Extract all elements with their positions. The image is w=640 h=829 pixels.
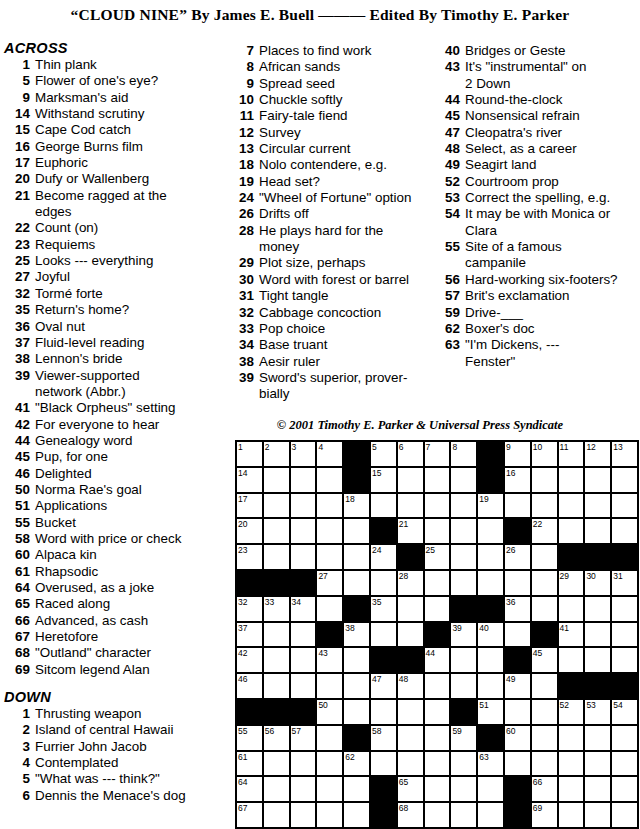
- cell-number: 66: [533, 777, 542, 787]
- grid-cell-r11c10[interactable]: 51: [478, 700, 503, 724]
- grid-cell-r6c11[interactable]: [505, 571, 530, 595]
- cell-number: 37: [238, 623, 247, 633]
- grid-cell-r2c8[interactable]: [425, 468, 450, 492]
- black-cell-r14c11: [505, 777, 530, 801]
- clue-number: 3: [4, 739, 30, 755]
- grid-cell-r8c6[interactable]: [371, 623, 396, 647]
- clue-down-38: 38Aesir ruler: [230, 354, 436, 370]
- grid-cell-r4c2[interactable]: [264, 519, 289, 543]
- clue-text: Site of a famous campanile: [465, 239, 562, 272]
- grid-cell-r7c13[interactable]: [559, 597, 584, 621]
- clue-text: Tormé forte: [35, 286, 103, 302]
- grid-cell-r14c1[interactable]: 64: [237, 777, 262, 801]
- grid-cell-r8c9[interactable]: 39: [451, 623, 476, 647]
- clue-down-8: 8African sands: [230, 59, 436, 75]
- clue-down-18: 18Nolo contendere, e.g.: [230, 157, 436, 173]
- clue-text: Return's home?: [35, 302, 129, 318]
- clue-number: 53: [436, 190, 460, 206]
- grid-cell-r13c7[interactable]: [398, 752, 423, 776]
- grid-cell-r2c3[interactable]: [291, 468, 316, 492]
- grid-cell-r2c11[interactable]: 16: [505, 468, 530, 492]
- grid-cell-r15c9[interactable]: [451, 803, 476, 827]
- grid-cell-r6c14[interactable]: 30: [585, 571, 610, 595]
- grid-cell-r1c7[interactable]: 6: [398, 442, 423, 466]
- clue-text: He plays hard for the money: [259, 223, 383, 256]
- grid-cell-r12c14[interactable]: [585, 726, 610, 750]
- grid-cell-r3c8[interactable]: [425, 494, 450, 518]
- clue-text: "Black Orpheus" setting: [35, 400, 176, 416]
- clue-number: 50: [4, 482, 30, 498]
- grid-cell-r4c7[interactable]: 21: [398, 519, 423, 543]
- clue-number: 57: [436, 288, 460, 304]
- clue-text: Norma Rae's goal: [35, 482, 142, 498]
- grid-cell-r13c5[interactable]: 62: [344, 752, 369, 776]
- cell-number: 56: [265, 726, 274, 736]
- grid-cell-r3c7[interactable]: [398, 494, 423, 518]
- grid-cell-r12c13[interactable]: [559, 726, 584, 750]
- grid-cell-r8c5[interactable]: 38: [344, 623, 369, 647]
- grid-cell-r6c4[interactable]: 27: [317, 571, 342, 595]
- cell-number: 1: [238, 442, 243, 452]
- grid-cell-r14c14[interactable]: [585, 777, 610, 801]
- grid-cell-r10c7[interactable]: 48: [398, 674, 423, 698]
- grid-cell-r13c11[interactable]: [505, 752, 530, 776]
- grid-cell-r4c14[interactable]: [585, 519, 610, 543]
- grid-cell-r7c8[interactable]: [425, 597, 450, 621]
- grid-cell-r1c12[interactable]: 10: [532, 442, 557, 466]
- grid-cell-r1c8[interactable]: 7: [425, 442, 450, 466]
- clue-text: Spread seed: [259, 76, 335, 92]
- clue-across-67: 67Heretofore: [4, 629, 230, 645]
- grid-cell-r4c4[interactable]: [317, 519, 342, 543]
- grid-cell-r3c10[interactable]: 19: [478, 494, 503, 518]
- black-cell-r15c6: [371, 803, 396, 827]
- grid-cell-r7c6[interactable]: 35: [371, 597, 396, 621]
- grid-cell-r5c6[interactable]: 24: [371, 545, 396, 569]
- grid-cell-r1c4[interactable]: 4: [317, 442, 342, 466]
- grid-cell-r10c1[interactable]: 46: [237, 674, 262, 698]
- clue-across-64: 64Overused, as a joke: [4, 580, 230, 596]
- black-cell-r10c14: [585, 674, 610, 698]
- clue-number: 21: [4, 188, 30, 204]
- grid-cell-r13c1[interactable]: 61: [237, 752, 262, 776]
- grid-cell-r10c8[interactable]: [425, 674, 450, 698]
- grid-cell-r14c9[interactable]: [451, 777, 476, 801]
- grid-cell-r1c2[interactable]: 2: [264, 442, 289, 466]
- grid-cell-r12c3[interactable]: 57: [291, 726, 316, 750]
- grid-cell-r5c2[interactable]: [264, 545, 289, 569]
- grid-cell-r2c7[interactable]: [398, 468, 423, 492]
- cell-number: 47: [372, 674, 381, 684]
- grid-cell-r4c13[interactable]: [559, 519, 584, 543]
- grid-cell-r11c8[interactable]: [425, 700, 450, 724]
- grid-cell-r5c3[interactable]: [291, 545, 316, 569]
- grid-cell-r3c2[interactable]: [264, 494, 289, 518]
- grid-cell-r3c6[interactable]: [371, 494, 396, 518]
- cell-number: 28: [399, 571, 408, 581]
- grid-cell-r2c2[interactable]: [264, 468, 289, 492]
- grid-cell-r15c10[interactable]: [478, 803, 503, 827]
- grid-cell-r6c5[interactable]: [344, 571, 369, 595]
- clue-text: For everyone to hear: [35, 417, 159, 433]
- grid-cell-r9c1[interactable]: 42: [237, 648, 262, 672]
- grid-cell-r14c8[interactable]: [425, 777, 450, 801]
- grid-cell-r7c12[interactable]: [532, 597, 557, 621]
- clue-number: 2: [4, 722, 30, 738]
- clue-number: 9: [230, 76, 254, 92]
- down-clue-list-2: 7Places to find work8African sands9Sprea…: [230, 43, 436, 403]
- clue-down-34: 34Base truant: [230, 337, 436, 353]
- grid-cell-r12c7[interactable]: [398, 726, 423, 750]
- clue-text: Become ragged at the edges: [35, 188, 167, 221]
- grid-cell-r1c14[interactable]: 12: [585, 442, 610, 466]
- clue-down-49: 49Seagirt land: [436, 157, 640, 173]
- clue-text: Places to find work: [259, 43, 371, 59]
- grid-cell-r1c13[interactable]: 11: [559, 442, 584, 466]
- clue-text: "I'm Dickens, --- Fenster": [465, 337, 559, 370]
- clue-down-10: 10Chuckle softly: [230, 92, 436, 108]
- cell-number: 65: [399, 777, 408, 787]
- grid-cell-r10c3[interactable]: [291, 674, 316, 698]
- cell-number: 45: [533, 648, 542, 658]
- grid-cell-r11c7[interactable]: [398, 700, 423, 724]
- grid-cell-r9c15[interactable]: [612, 648, 637, 672]
- grid-cell-r6c15[interactable]: 31: [612, 571, 637, 595]
- grid-cell-r8c3[interactable]: [291, 623, 316, 647]
- grid-cell-r1c3[interactable]: 3: [291, 442, 316, 466]
- cell-number: 22: [533, 519, 542, 529]
- grid-cell-r11c15[interactable]: 54: [612, 700, 637, 724]
- grid-cell-r11c6[interactable]: [371, 700, 396, 724]
- grid-cell-r12c8[interactable]: [425, 726, 450, 750]
- clue-text: "Outland" character: [35, 645, 151, 661]
- grid-cell-r2c6[interactable]: 15: [371, 468, 396, 492]
- cell-number: 46: [238, 674, 247, 684]
- grid-cell-r13c3[interactable]: [291, 752, 316, 776]
- grid-cell-r15c5[interactable]: [344, 803, 369, 827]
- grid-cell-r10c10[interactable]: [478, 674, 503, 698]
- grid-cell-r1c15[interactable]: 13: [612, 442, 637, 466]
- clue-number: 38: [4, 351, 30, 367]
- grid-cell-r10c9[interactable]: [451, 674, 476, 698]
- clue-down-56: 56Hard-working six-footers?: [436, 272, 640, 288]
- grid-cell-r3c15[interactable]: [612, 494, 637, 518]
- grid-cell-r11c11[interactable]: [505, 700, 530, 724]
- grid-cell-r6c8[interactable]: [425, 571, 450, 595]
- grid-cell-r14c3[interactable]: [291, 777, 316, 801]
- grid-cell-r6c13[interactable]: 29: [559, 571, 584, 595]
- cell-number: 61: [238, 752, 247, 762]
- black-cell-r6c3: [291, 571, 316, 595]
- grid-cell-r15c12[interactable]: 69: [532, 803, 557, 827]
- clue-number: 40: [436, 43, 460, 59]
- black-cell-r5c14: [585, 545, 610, 569]
- grid-cell-r3c11[interactable]: [505, 494, 530, 518]
- clue-down-31: 31Tight tangle: [230, 288, 436, 304]
- grid-cell-r15c13[interactable]: [559, 803, 584, 827]
- clue-number: 46: [4, 466, 30, 482]
- grid-cell-r1c11[interactable]: 9: [505, 442, 530, 466]
- cell-number: 44: [426, 648, 435, 658]
- clue-number: 29: [230, 255, 254, 271]
- clue-number: 16: [4, 139, 30, 155]
- grid-cell-r3c3[interactable]: [291, 494, 316, 518]
- grid-cell-r15c1[interactable]: 67: [237, 803, 262, 827]
- grid-cell-r4c5[interactable]: [344, 519, 369, 543]
- grid-cell-r2c4[interactable]: [317, 468, 342, 492]
- clue-down-4: 4Contemplated: [4, 755, 230, 771]
- grid-cell-r14c13[interactable]: [559, 777, 584, 801]
- grid-cell-r6c6[interactable]: [371, 571, 396, 595]
- clue-number: 42: [4, 417, 30, 433]
- grid-cell-r7c14[interactable]: [585, 597, 610, 621]
- clue-across-14: 14Withstand scrutiny: [4, 106, 230, 122]
- clue-text: Seagirt land: [465, 157, 536, 173]
- grid-cell-r4c12[interactable]: 22: [532, 519, 557, 543]
- grid-cell-r6c10[interactable]: [478, 571, 503, 595]
- clue-across-17: 17Euphoric: [4, 155, 230, 171]
- clue-text: Dufy or Wallenberg: [35, 171, 149, 187]
- clue-across-21: 21Become ragged at the edges: [4, 188, 230, 221]
- clue-text: Circular current: [259, 141, 351, 157]
- grid-cell-r11c12[interactable]: [532, 700, 557, 724]
- grid-cell-r14c4[interactable]: [317, 777, 342, 801]
- black-cell-r7c9: [451, 597, 476, 621]
- grid-cell-r1c6[interactable]: 5: [371, 442, 396, 466]
- clue-number: 14: [4, 106, 30, 122]
- clue-text: Bridges or Geste: [465, 43, 565, 59]
- grid-cell-r7c2[interactable]: 33: [264, 597, 289, 621]
- black-cell-r8c8: [425, 623, 450, 647]
- clue-across-41: 41"Black Orpheus" setting: [4, 400, 230, 416]
- grid-cell-r13c13[interactable]: [559, 752, 584, 776]
- grid-cell-r8c7[interactable]: [398, 623, 423, 647]
- grid-cell-r14c2[interactable]: [264, 777, 289, 801]
- cell-number: 29: [560, 571, 569, 581]
- grid-cell-r12c15[interactable]: [612, 726, 637, 750]
- cell-number: 4: [318, 442, 323, 452]
- grid-cell-r4c1[interactable]: 20: [237, 519, 262, 543]
- grid-cell-r4c15[interactable]: [612, 519, 637, 543]
- grid-cell-r11c13[interactable]: 52: [559, 700, 584, 724]
- clue-number: 5: [4, 73, 30, 89]
- grid-cell-r12c4[interactable]: [317, 726, 342, 750]
- clue-text: Flower of one's eye?: [35, 73, 158, 89]
- cell-number: 53: [586, 700, 595, 710]
- grid-cell-r7c11[interactable]: 36: [505, 597, 530, 621]
- grid-cell-r7c7[interactable]: [398, 597, 423, 621]
- grid-cell-r4c9[interactable]: [451, 519, 476, 543]
- grid-cell-r1c9[interactable]: 8: [451, 442, 476, 466]
- grid-cell-r5c10[interactable]: [478, 545, 503, 569]
- grid-cell-r3c9[interactable]: [451, 494, 476, 518]
- clue-number: 44: [436, 92, 460, 108]
- clue-number: 58: [4, 531, 30, 547]
- cell-number: 60: [506, 726, 515, 736]
- grid-cell-r13c2[interactable]: [264, 752, 289, 776]
- cell-number: 12: [586, 442, 595, 452]
- grid-cell-r10c11[interactable]: 49: [505, 674, 530, 698]
- grid-cell-r13c8[interactable]: [425, 752, 450, 776]
- clue-text: Round-the-clock: [465, 92, 563, 108]
- grid-cell-r9c2[interactable]: [264, 648, 289, 672]
- grid-cell-r11c4[interactable]: 50: [317, 700, 342, 724]
- clue-text: Tight tangle: [259, 288, 328, 304]
- grid-cell-r12c2[interactable]: 56: [264, 726, 289, 750]
- grid-cell-r1c1[interactable]: 1: [237, 442, 262, 466]
- clue-across-45: 45Pup, for one: [4, 449, 230, 465]
- grid-cell-r3c1[interactable]: 17: [237, 494, 262, 518]
- grid-cell-r12c12[interactable]: [532, 726, 557, 750]
- grid-cell-r4c10[interactable]: [478, 519, 503, 543]
- cell-number: 54: [613, 700, 622, 710]
- grid-cell-r2c12[interactable]: [532, 468, 557, 492]
- grid-cell-r11c14[interactable]: 53: [585, 700, 610, 724]
- grid-cell-r5c4[interactable]: [317, 545, 342, 569]
- clue-down-12: 12Survey: [230, 125, 436, 141]
- grid-cell-r7c1[interactable]: 32: [237, 597, 262, 621]
- grid-cell-r13c14[interactable]: [585, 752, 610, 776]
- clue-text: "Wheel of Fortune" option: [259, 190, 411, 206]
- grid-cell-r9c14[interactable]: [585, 648, 610, 672]
- grid-cell-r5c8[interactable]: 25: [425, 545, 450, 569]
- cell-number: 55: [238, 726, 247, 736]
- grid-cell-r6c9[interactable]: [451, 571, 476, 595]
- grid-cell-r14c5[interactable]: [344, 777, 369, 801]
- grid-cell-r12c6[interactable]: 58: [371, 726, 396, 750]
- grid-cell-r10c6[interactable]: 47: [371, 674, 396, 698]
- grid-cell-r9c3[interactable]: [291, 648, 316, 672]
- grid-cell-r9c10[interactable]: [478, 648, 503, 672]
- grid-cell-r9c5[interactable]: [344, 648, 369, 672]
- cell-number: 52: [560, 700, 569, 710]
- grid-cell-r9c12[interactable]: 45: [532, 648, 557, 672]
- grid-cell-r12c11[interactable]: 60: [505, 726, 530, 750]
- grid-cell-r13c6[interactable]: [371, 752, 396, 776]
- grid-cell-r10c5[interactable]: [344, 674, 369, 698]
- clue-text: Withstand scrutiny: [35, 106, 144, 122]
- down-clue-list-3: 40Bridges or Geste43It's "instrumental" …: [436, 43, 640, 370]
- grid-cell-r15c7[interactable]: 68: [398, 803, 423, 827]
- grid-cell-r7c4[interactable]: [317, 597, 342, 621]
- grid-cell-r13c4[interactable]: [317, 752, 342, 776]
- black-cell-r9c7: [398, 648, 423, 672]
- clue-text: Island of central Hawaii: [35, 722, 173, 738]
- grid-cell-r5c1[interactable]: 23: [237, 545, 262, 569]
- grid-cell-r15c14[interactable]: [585, 803, 610, 827]
- grid-cell-r9c13[interactable]: [559, 648, 584, 672]
- grid-cell-r13c12[interactable]: [532, 752, 557, 776]
- grid-cell-r8c11[interactable]: [505, 623, 530, 647]
- clue-number: 37: [4, 335, 30, 351]
- grid-cell-r5c12[interactable]: [532, 545, 557, 569]
- grid-cell-r2c15[interactable]: [612, 468, 637, 492]
- clue-text: Viewer-supported network (Abbr.): [35, 368, 140, 401]
- grid-cell-r8c2[interactable]: [264, 623, 289, 647]
- clue-down-39: 39Sword's superior, prover- bially: [230, 370, 436, 403]
- across-clue-list: 1Thin plank5Flower of one's eye?9Marksma…: [4, 57, 230, 678]
- grid-cell-r6c7[interactable]: 28: [398, 571, 423, 595]
- cell-number: 20: [238, 519, 247, 529]
- clue-down-55: 55Site of a famous campanile: [436, 239, 640, 272]
- black-cell-r5c7: [398, 545, 423, 569]
- grid-cell-r5c11[interactable]: 26: [505, 545, 530, 569]
- grid-cell-r2c13[interactable]: [559, 468, 584, 492]
- clue-across-20: 20Dufy or Wallenberg: [4, 171, 230, 187]
- grid-cell-r15c4[interactable]: [317, 803, 342, 827]
- clue-number: 60: [4, 547, 30, 563]
- grid-cell-r15c2[interactable]: [264, 803, 289, 827]
- grid-cell-r4c8[interactable]: [425, 519, 450, 543]
- clue-down-63: 63"I'm Dickens, --- Fenster": [436, 337, 640, 370]
- grid-cell-r3c12[interactable]: [532, 494, 557, 518]
- grid-cell-r12c9[interactable]: 59: [451, 726, 476, 750]
- grid-cell-r12c1[interactable]: 55: [237, 726, 262, 750]
- clue-number: 25: [4, 253, 30, 269]
- grid-cell-r8c10[interactable]: 40: [478, 623, 503, 647]
- grid-cell-r9c9[interactable]: [451, 648, 476, 672]
- grid-cell-r14c10[interactable]: [478, 777, 503, 801]
- clue-down-11: 11Fairy-tale fiend: [230, 108, 436, 124]
- clue-number: 62: [436, 321, 460, 337]
- clue-across-15: 15Cape Cod catch: [4, 122, 230, 138]
- grid-cell-r3c5[interactable]: 18: [344, 494, 369, 518]
- grid-cell-r2c14[interactable]: [585, 468, 610, 492]
- clue-number: 1: [4, 57, 30, 73]
- grid-cell-r10c2[interactable]: [264, 674, 289, 698]
- grid-cell-r14c12[interactable]: 66: [532, 777, 557, 801]
- grid-cell-r10c4[interactable]: [317, 674, 342, 698]
- grid-cell-r7c15[interactable]: [612, 597, 637, 621]
- clue-across-55: 55Bucket: [4, 515, 230, 531]
- grid-cell-r10c12[interactable]: [532, 674, 557, 698]
- grid-cell-r14c7[interactable]: 65: [398, 777, 423, 801]
- grid-cell-r13c10[interactable]: 63: [478, 752, 503, 776]
- clue-across-37: 37Fluid-level reading: [4, 335, 230, 351]
- clue-across-32: 32Tormé forte: [4, 286, 230, 302]
- grid-cell-r6c12[interactable]: [532, 571, 557, 595]
- grid-cell-r13c9[interactable]: [451, 752, 476, 776]
- grid-cell-r5c5[interactable]: [344, 545, 369, 569]
- grid-cell-r15c15[interactable]: [612, 803, 637, 827]
- clue-number: 65: [4, 596, 30, 612]
- grid-cell-r8c13[interactable]: 41: [559, 623, 584, 647]
- grid-cell-r2c1[interactable]: 14: [237, 468, 262, 492]
- grid-cell-r3c14[interactable]: [585, 494, 610, 518]
- grid-cell-r15c3[interactable]: [291, 803, 316, 827]
- grid-cell-r14c15[interactable]: [612, 777, 637, 801]
- grid-cell-r13c15[interactable]: [612, 752, 637, 776]
- grid-cell-r7c3[interactable]: 34: [291, 597, 316, 621]
- black-cell-r11c9: [451, 700, 476, 724]
- grid-cell-r8c14[interactable]: [585, 623, 610, 647]
- grid-cell-r9c8[interactable]: 44: [425, 648, 450, 672]
- grid-cell-r3c4[interactable]: [317, 494, 342, 518]
- grid-cell-r5c9[interactable]: [451, 545, 476, 569]
- grid-cell-r8c15[interactable]: [612, 623, 637, 647]
- grid-cell-r3c13[interactable]: [559, 494, 584, 518]
- clue-text: Cabbage concoction: [259, 305, 381, 321]
- grid-cell-r11c5[interactable]: [344, 700, 369, 724]
- black-cell-r1c5: [344, 442, 369, 466]
- grid-cell-r8c1[interactable]: 37: [237, 623, 262, 647]
- grid-cell-r15c8[interactable]: [425, 803, 450, 827]
- clue-number: 38: [230, 354, 254, 370]
- cell-number: 19: [479, 494, 488, 504]
- grid-cell-r2c9[interactable]: [451, 468, 476, 492]
- grid-cell-r9c4[interactable]: 43: [317, 648, 342, 672]
- grid-cell-r4c3[interactable]: [291, 519, 316, 543]
